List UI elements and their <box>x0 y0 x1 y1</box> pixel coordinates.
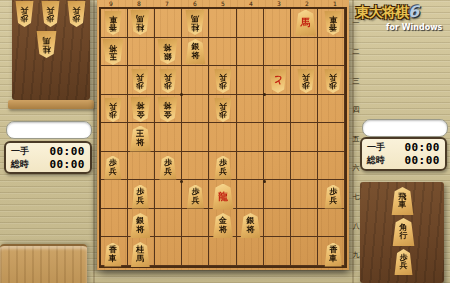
board-square-5-5[interactable] <box>209 123 236 152</box>
piece-kanji: 将 <box>136 139 144 148</box>
board-square-3-6[interactable] <box>264 152 291 181</box>
board-square-6-8[interactable] <box>182 209 209 238</box>
column-label: 5 <box>209 0 237 7</box>
board-square-2-4[interactable] <box>291 95 318 124</box>
board-square-3-1[interactable] <box>264 9 291 38</box>
board-square-6-5[interactable] <box>182 123 209 152</box>
piece-kanji: 兵 <box>329 72 337 81</box>
piece-kanji: 馬 <box>43 36 51 45</box>
piece-kanji: 龍 <box>218 191 228 202</box>
row-label: 二 <box>351 47 361 57</box>
board-square-1-5[interactable] <box>318 123 345 152</box>
board-square-1-2[interactable] <box>318 38 345 67</box>
piece-kanji: 馬 <box>301 17 311 28</box>
piece-kanji: 車 <box>399 201 407 210</box>
board-square-4-5[interactable] <box>237 123 264 152</box>
piece-kanji: 馬 <box>191 14 199 23</box>
board-square-3-5[interactable] <box>264 123 291 152</box>
board-square-4-7[interactable] <box>237 180 264 209</box>
piece-kanji: 兵 <box>73 6 81 15</box>
app-logo: 東大将棋6 <box>356 2 419 22</box>
app-window: 一手 00:00 総時 00:00 987654321 東大将棋6 for Wi… <box>0 0 450 283</box>
piece-kanji: 兵 <box>191 197 199 206</box>
board-square-8-2[interactable] <box>128 38 155 67</box>
piece-kanji: 馬 <box>136 14 144 23</box>
board-square-5-2[interactable] <box>209 38 236 67</box>
piece-kanji: 桂 <box>136 23 144 32</box>
board-square-7-1[interactable] <box>155 9 182 38</box>
board-square-4-1[interactable] <box>237 9 264 38</box>
row-label: 三 <box>351 76 361 86</box>
board-square-2-5[interactable] <box>291 123 318 152</box>
piece-kanji: 金 <box>164 110 172 119</box>
piece-kanji: 将 <box>219 226 227 235</box>
column-label: 2 <box>293 0 321 7</box>
piece-kanji: 兵 <box>302 72 310 81</box>
board-square-3-4[interactable] <box>264 95 291 124</box>
right-move-time: 00:00 <box>404 141 440 154</box>
gote-komadai-edge <box>8 100 94 109</box>
row-label: 七 <box>351 192 361 202</box>
piece-kanji: 兵 <box>164 72 172 81</box>
board-square-9-8[interactable] <box>101 209 128 238</box>
piece-kanji: 兵 <box>164 168 172 177</box>
piece-kanji: 将 <box>247 226 255 235</box>
board-square-9-3[interactable] <box>101 66 128 95</box>
piece-kanji: と <box>273 75 283 86</box>
piece-kanji: 行 <box>400 232 408 241</box>
left-total-label: 総時 <box>11 158 29 171</box>
piece-kanji: 馬 <box>136 255 144 264</box>
board-square-1-4[interactable] <box>318 95 345 124</box>
column-label: 1 <box>321 0 349 7</box>
board-square-2-6[interactable] <box>291 152 318 181</box>
logo-subtitle: for Windows <box>386 23 442 32</box>
tatami-seam <box>93 0 95 283</box>
board-square-9-5[interactable] <box>101 123 128 152</box>
piece-kanji: 将 <box>136 101 144 110</box>
piece-kanji: 兵 <box>136 197 144 206</box>
board-square-5-1[interactable] <box>209 9 236 38</box>
column-label: 7 <box>153 0 181 7</box>
board-square-4-3[interactable] <box>237 66 264 95</box>
row-label: 一 <box>351 18 361 28</box>
row-label: 四 <box>351 105 361 115</box>
board-square-2-7[interactable] <box>291 180 318 209</box>
hoshi-dot <box>180 93 183 96</box>
board-square-6-3[interactable] <box>182 66 209 95</box>
piece-kanji: 将 <box>136 226 144 235</box>
piece-box <box>0 244 87 283</box>
right-move-label: 一手 <box>367 141 385 154</box>
column-label: 4 <box>237 0 265 7</box>
piece-kanji: 車 <box>329 14 337 23</box>
board-square-8-6[interactable] <box>128 152 155 181</box>
board-square-5-9[interactable] <box>209 237 236 266</box>
hoshi-dot <box>180 180 183 183</box>
board-square-6-4[interactable] <box>182 95 209 124</box>
left-total-time: 00:00 <box>49 158 85 171</box>
piece-kanji: 歩 <box>47 14 55 23</box>
board-square-3-7[interactable] <box>264 180 291 209</box>
board-square-4-4[interactable] <box>237 95 264 124</box>
board-square-1-8[interactable] <box>318 209 345 238</box>
board-square-3-8[interactable] <box>264 209 291 238</box>
piece-kanji: 兵 <box>109 168 117 177</box>
board-square-7-9[interactable] <box>155 237 182 266</box>
piece-kanji: 兵 <box>219 168 227 177</box>
piece-kanji: 兵 <box>109 101 117 110</box>
piece-kanji: 将 <box>109 43 117 52</box>
right-total-time: 00:00 <box>404 154 440 167</box>
piece-kanji: 銀 <box>164 52 172 61</box>
piece-kanji: 歩 <box>21 14 29 23</box>
row-label: 六 <box>351 163 361 173</box>
logo-version: 6 <box>408 2 419 21</box>
piece-kanji: 兵 <box>47 6 55 15</box>
board-square-9-7[interactable] <box>101 180 128 209</box>
column-label: 3 <box>265 0 293 7</box>
piece-kanji: 将 <box>164 101 172 110</box>
right-player-name-field[interactable] <box>362 119 448 137</box>
piece-kanji: 金 <box>136 110 144 119</box>
piece-kanji: 歩 <box>73 14 81 23</box>
piece-kanji: 兵 <box>400 262 408 271</box>
row-label: 五 <box>351 134 361 144</box>
piece-kanji: 桂 <box>43 45 51 54</box>
board-square-4-9[interactable] <box>237 237 264 266</box>
board-square-4-2[interactable] <box>237 38 264 67</box>
board-square-1-6[interactable] <box>318 152 345 181</box>
board-square-6-9[interactable] <box>182 237 209 266</box>
board-square-7-5[interactable] <box>155 123 182 152</box>
left-player-name-field[interactable] <box>6 121 92 139</box>
logo-title: 東大将棋 <box>356 4 408 20</box>
piece-kanji: 兵 <box>21 6 29 15</box>
piece-kanji: 兵 <box>329 197 337 206</box>
board-square-2-9[interactable] <box>291 237 318 266</box>
left-clock-panel: 一手 00:00 総時 00:00 <box>4 141 92 174</box>
right-clock-panel: 一手 00:00 総時 00:00 <box>360 137 447 171</box>
left-move-label: 一手 <box>11 145 29 158</box>
piece-kanji: 車 <box>109 14 117 23</box>
piece-kanji: 兵 <box>219 72 227 81</box>
piece-kanji: 将 <box>191 52 199 61</box>
board-square-7-8[interactable] <box>155 209 182 238</box>
piece-kanji: 車 <box>329 255 337 264</box>
hoshi-dot <box>263 180 266 183</box>
row-label: 八 <box>351 221 361 231</box>
piece-kanji: 桂 <box>191 23 199 32</box>
piece-kanji: 兵 <box>219 101 227 110</box>
board-square-2-8[interactable] <box>291 209 318 238</box>
column-label: 9 <box>97 0 125 7</box>
column-label: 6 <box>181 0 209 7</box>
row-label: 九 <box>351 250 361 260</box>
piece-kanji: 兵 <box>136 72 144 81</box>
piece-kanji: 将 <box>164 43 172 52</box>
left-move-time: 00:00 <box>49 145 85 158</box>
board-square-7-7[interactable] <box>155 180 182 209</box>
board-column-labels: 987654321 <box>97 0 349 7</box>
piece-kanji: 車 <box>109 255 117 264</box>
hoshi-dot <box>263 93 266 96</box>
board-square-4-6[interactable] <box>237 152 264 181</box>
board-square-2-2[interactable] <box>291 38 318 67</box>
board-square-3-9[interactable] <box>264 237 291 266</box>
board-square-3-2[interactable] <box>264 38 291 67</box>
board-square-6-6[interactable] <box>182 152 209 181</box>
right-total-label: 総時 <box>367 154 385 167</box>
column-label: 8 <box>125 0 153 7</box>
